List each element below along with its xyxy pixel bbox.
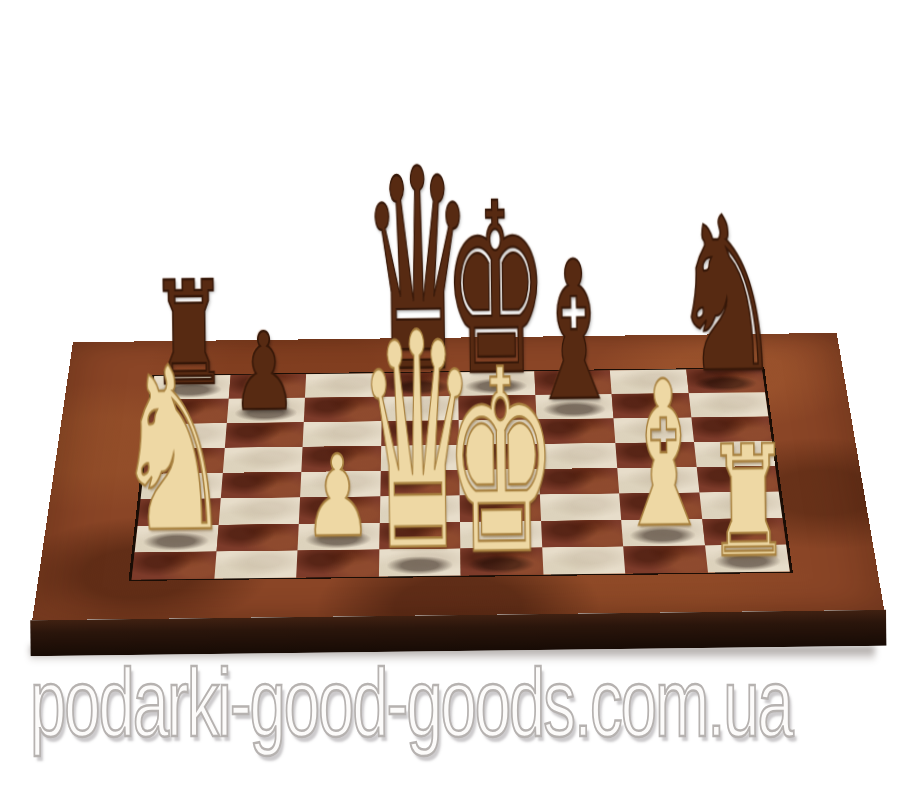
- square-h8: ♞: [686, 369, 765, 394]
- square-g8: [610, 370, 688, 395]
- square-h2: [702, 518, 786, 546]
- square-h1: ♜: [705, 544, 790, 572]
- square-f3: [539, 494, 621, 521]
- square-b6: [224, 422, 303, 448]
- square-g7: [612, 393, 691, 418]
- square-c6: [303, 421, 382, 447]
- square-e4: [459, 469, 539, 496]
- square-f2: [541, 520, 624, 548]
- square-b4: [220, 472, 301, 499]
- square-d8: ♛: [382, 372, 459, 397]
- square-a2: ♞: [135, 525, 219, 553]
- square-e8: ♚: [458, 371, 535, 396]
- square-h7: [688, 392, 768, 417]
- square-a8: ♜: [152, 375, 231, 400]
- piece-black-queen-d8: ♛: [361, 133, 476, 411]
- square-d6: [381, 420, 459, 446]
- square-b7: ♟: [226, 398, 305, 423]
- square-c4: [300, 471, 380, 498]
- square-e2: [460, 521, 542, 549]
- square-f5: [537, 443, 617, 469]
- square-h6: [691, 416, 772, 442]
- square-h4: [696, 466, 779, 493]
- square-b1: [214, 550, 298, 578]
- square-a5: [143, 448, 224, 474]
- square-d3: [379, 496, 460, 523]
- piece-black-knight-h8: ♞: [670, 190, 783, 403]
- square-a6: [146, 423, 226, 449]
- square-c5: [301, 446, 380, 472]
- square-g3: [619, 493, 702, 520]
- square-g4: [617, 467, 699, 494]
- square-a3: [138, 498, 221, 525]
- square-e1: ♚: [460, 547, 543, 575]
- square-d2: [379, 522, 460, 550]
- square-g5: [615, 442, 696, 468]
- square-e7: [458, 395, 536, 420]
- square-e3: [460, 495, 541, 522]
- chess-board: ♜♛♚♞♟♝♞♟♝♛♚♜: [32, 333, 884, 620]
- square-f1: [542, 546, 625, 574]
- square-b5: [222, 447, 302, 473]
- square-f4: [538, 468, 619, 495]
- square-h5: [694, 441, 776, 467]
- square-c1: [296, 549, 379, 577]
- square-d1: ♛: [378, 548, 460, 576]
- piece-black-rook-a8: ♜: [148, 262, 229, 406]
- square-f8: [534, 370, 612, 395]
- piece-black-pawn-b7: ♟: [231, 319, 297, 427]
- piece-black-bishop-f7: ♝: [526, 236, 622, 428]
- board-grid: ♜♛♚♞♟♝♞♟♝♛♚♜: [129, 367, 793, 581]
- square-a7: [149, 399, 228, 424]
- square-c7: [304, 397, 382, 422]
- square-a4: [141, 473, 223, 500]
- square-a1: [132, 551, 216, 579]
- square-b3: [218, 497, 300, 524]
- square-c8: [305, 373, 382, 398]
- square-e5: [459, 444, 538, 470]
- square-b8: [228, 374, 306, 399]
- square-c2: ♟: [297, 523, 379, 551]
- square-d7: [381, 396, 458, 421]
- square-c3: [299, 496, 380, 523]
- square-h3: [699, 492, 782, 519]
- chess-set-photo-scene: ♜♛♚♞♟♝♞♟♝♛♚♜: [24, 0, 884, 620]
- square-e6: [459, 419, 538, 445]
- square-g6: [613, 417, 693, 443]
- square-g2: ♝: [621, 519, 704, 547]
- square-g1: [623, 545, 707, 573]
- square-d5: [380, 445, 459, 471]
- square-f6: [536, 418, 615, 444]
- watermark-text: podarki-good-goods.com.ua: [30, 648, 792, 758]
- square-b2: [216, 524, 299, 552]
- square-f7: ♝: [535, 394, 613, 419]
- square-d4: [380, 470, 460, 497]
